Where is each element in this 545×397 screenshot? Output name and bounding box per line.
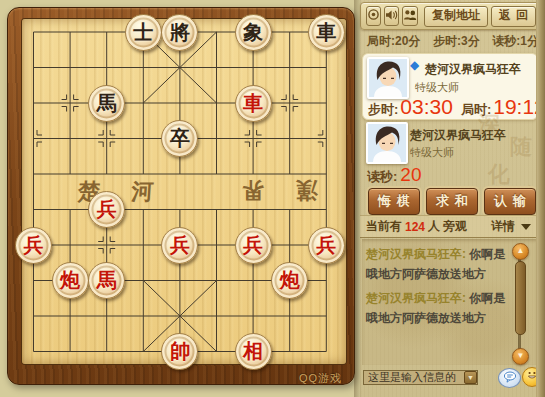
game-time-label: 局时:: [461, 101, 491, 119]
decor-calligraphy: 化: [488, 160, 510, 190]
xiangqi-board[interactable]: 楚 河 漢 界 士將象車馬車卒兵兵兵兵兵炮馬炮帥相: [22, 19, 346, 364]
game-time-setting: 局时:20分: [367, 33, 420, 50]
qq-games-watermark: QQ游戏: [299, 371, 342, 386]
step-time-value: 03:30: [400, 95, 453, 119]
vip-diamond-icon: ◆: [410, 59, 423, 72]
scroll-up-icon[interactable]: ▲: [512, 243, 529, 260]
spectator-prefix: 当前有: [366, 218, 402, 235]
piece-black-advisor[interactable]: 士: [125, 14, 162, 51]
opponent-card: ◆ 楚河汉界疯马狂卒 特级大师 步时: 03:30 局时: 19:12: [362, 53, 538, 120]
users-icon: [403, 7, 417, 25]
scroll-down-icon[interactable]: ▼: [512, 348, 529, 365]
spectator-suffix: 人 旁观: [428, 218, 467, 235]
time-settings-row: 局时:20分 步时:3分 读秒:1分: [364, 33, 542, 50]
piece-black-general[interactable]: 將: [161, 14, 198, 51]
speaker-icon: [385, 7, 398, 25]
opponent-timers: 步时: 03:30 局时: 19:12: [368, 95, 545, 119]
piece-black-chariot[interactable]: 車: [308, 14, 345, 51]
piece-red-soldier-d[interactable]: 兵: [308, 227, 345, 264]
player-name: 楚河汉界疯马狂卒: [410, 127, 506, 144]
offer-draw-button[interactable]: 求和: [426, 188, 478, 215]
step-time-setting: 步时:3分: [433, 33, 480, 50]
record-icon: [367, 7, 380, 25]
chat-sender: 楚河汉界疯马狂卒:: [366, 291, 466, 305]
decor-calligraphy: 随: [510, 132, 532, 162]
players-button[interactable]: [402, 6, 418, 26]
undo-move-button[interactable]: 悔棋: [368, 188, 420, 215]
chevron-down-icon[interactable]: [521, 224, 531, 230]
spectator-count: 124: [405, 220, 425, 234]
record-button[interactable]: [366, 6, 381, 26]
spectator-bar: 当前有 124 人 旁观 详情: [360, 215, 537, 238]
piece-black-soldier[interactable]: 卒: [161, 120, 198, 157]
piece-red-elephant[interactable]: 相: [235, 333, 272, 370]
back-button[interactable]: 返回: [491, 6, 536, 27]
piece-red-cannon-left[interactable]: 炮: [52, 262, 89, 299]
piece-red-soldier-b[interactable]: 兵: [161, 227, 198, 264]
detail-link[interactable]: 详情: [491, 218, 515, 235]
chat-message: 楚河汉界疯马狂卒: 你啊是哦地方阿萨德放送地方: [366, 244, 511, 284]
resign-button[interactable]: 认输: [484, 188, 536, 215]
piece-red-soldier-advanced[interactable]: 兵: [88, 191, 125, 228]
player-title: 特级大师: [410, 145, 454, 160]
opponent-name: 楚河汉界疯马狂卒: [425, 61, 521, 78]
opponent-title: 特级大师: [415, 80, 459, 95]
player-avatar[interactable]: [366, 122, 408, 164]
player-byoyomi: 读秒: 20: [367, 164, 421, 186]
piece-red-soldier-a[interactable]: 兵: [15, 227, 52, 264]
copy-address-button[interactable]: 复制地址: [424, 6, 488, 27]
piece-red-horse[interactable]: 馬: [88, 262, 125, 299]
board-area: 楚 河 漢 界 士將象車馬車卒兵兵兵兵兵炮馬炮帥相 QQ游戏: [0, 0, 360, 397]
chat-bubble-button[interactable]: [498, 368, 521, 388]
scrollbar-thumb[interactable]: [515, 261, 526, 335]
piece-red-chariot[interactable]: 車: [235, 85, 272, 122]
chat-sender: 楚河汉界疯马狂卒:: [366, 247, 466, 261]
step-time-label: 步时:: [368, 101, 398, 119]
chat-messages: 楚河汉界疯马狂卒: 你啊是哦地方阿萨德放送地方 楚河汉界疯马狂卒: 你啊是哦地方…: [366, 244, 511, 332]
chat-history: 楚河汉界疯马狂卒: 你啊是哦地方阿萨德放送地方 楚河汉界疯马狂卒: 你啊是哦地方…: [362, 239, 537, 365]
chat-message: 楚河汉界疯马狂卒: 你啊是哦地方阿萨德放送地方: [366, 288, 511, 328]
piece-black-elephant[interactable]: 象: [235, 14, 272, 51]
piece-red-general[interactable]: 帥: [161, 333, 198, 370]
panel-edge-rod: [536, 0, 545, 397]
sound-button[interactable]: [384, 6, 399, 26]
side-panel: 复制地址 返回 局时:20分 步时:3分 读秒:1分 ◆ 楚河汉界疯马狂卒 特级…: [360, 0, 545, 397]
read-sec-setting: 读秒:1分: [492, 33, 539, 50]
pieces-grid: 士將象車馬車卒兵兵兵兵兵炮馬炮帥相: [15, 14, 344, 369]
read-sec-value: 20: [400, 164, 421, 186]
chat-input[interactable]: [363, 370, 478, 385]
piece-red-soldier-c[interactable]: 兵: [235, 227, 272, 264]
input-dropdown-icon[interactable]: ▼: [464, 371, 477, 384]
toolbar: 复制地址 返回: [360, 2, 540, 30]
piece-black-horse[interactable]: 馬: [88, 85, 125, 122]
opponent-avatar[interactable]: [367, 57, 409, 99]
piece-red-cannon-right[interactable]: 炮: [271, 262, 308, 299]
read-sec-label: 读秒:: [367, 168, 397, 186]
chat-bubble-icon: [503, 369, 517, 387]
